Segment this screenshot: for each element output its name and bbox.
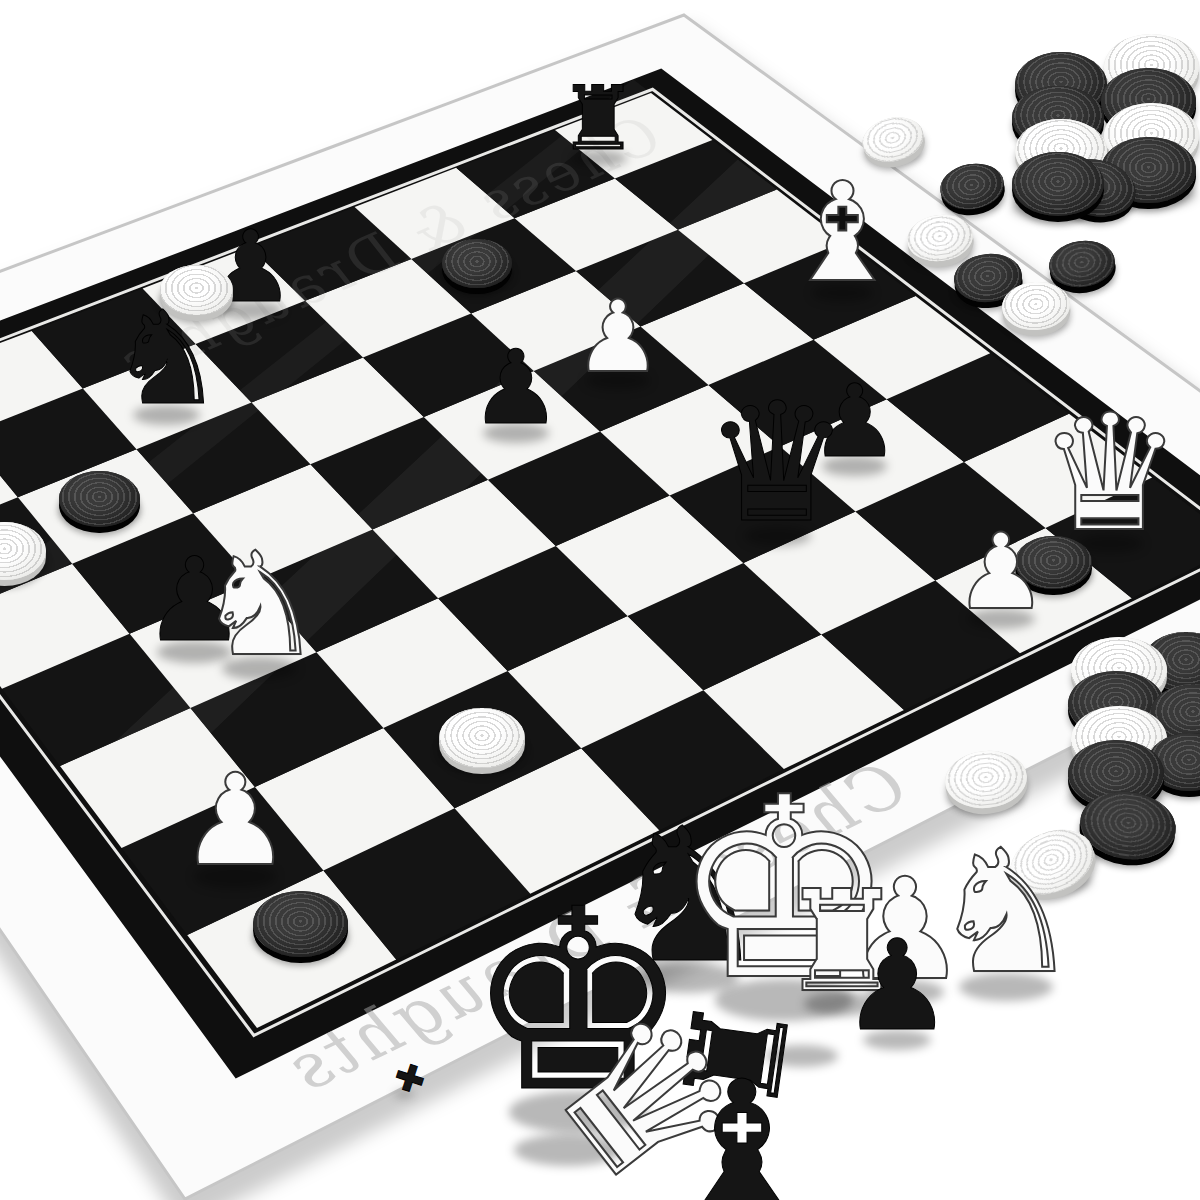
piece-white-pawn-a2[interactable]: ♟ [179, 758, 292, 884]
offboard-black-cross-finial[interactable]: ✚ [390, 1057, 430, 1101]
checker-white-c2[interactable] [439, 708, 525, 768]
piece-white-knight-b4[interactable]: ♞ [196, 534, 324, 677]
product-photo-scene: Chess & DraughtsChess & Draughts ♝♟♜♞♟♟♝… [0, 0, 1200, 1200]
piece-white-bishop-h5[interactable]: ♝ [781, 164, 904, 301]
piece-white-pawn-g1[interactable]: ♟ [954, 520, 1048, 625]
checker-black-f7[interactable] [442, 239, 511, 288]
offboard-checker-stack-0-disc-0[interactable] [1012, 152, 1104, 216]
piece-white-pawn-f5[interactable]: ♟ [574, 287, 663, 386]
piece-white-queen-h1[interactable]: ♛ [1038, 392, 1182, 553]
offboard-black-pawn-standing[interactable]: ♟ [841, 923, 953, 1048]
pieces-layer: ♝♟♜♞♟♟♝♟♞♛♟♟♟♛♞♚✚♛♜♝♚♜♟♟♞ [0, 0, 1200, 1200]
piece-black-pawn-e5[interactable]: ♟ [470, 336, 562, 438]
piece-black-knight-c7[interactable]: ♞ [109, 294, 224, 423]
checker-black-a1[interactable] [253, 891, 348, 957]
checker-black-b6[interactable] [59, 471, 139, 527]
piece-black-rook-h8[interactable]: ♜ [559, 75, 638, 163]
piece-black-queen-f3[interactable]: ♛ [703, 382, 851, 547]
offboard-black-bishop-bottom-cut[interactable]: ♝ [664, 1058, 821, 1200]
